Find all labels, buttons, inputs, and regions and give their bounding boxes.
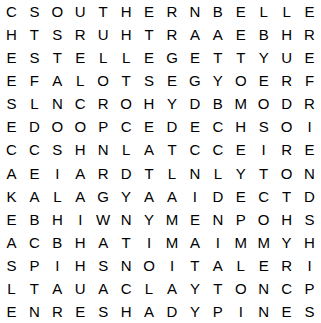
grid-cell[interactable]: M bbox=[161, 231, 184, 254]
grid-cell[interactable]: R bbox=[298, 23, 321, 46]
grid-cell[interactable]: I bbox=[183, 185, 206, 208]
grid-cell[interactable]: L bbox=[275, 0, 298, 23]
grid-cell[interactable]: O bbox=[275, 115, 298, 138]
grid-cell[interactable]: U bbox=[69, 0, 92, 23]
grid-cell[interactable]: L bbox=[92, 46, 115, 69]
grid-cell[interactable]: L bbox=[0, 277, 23, 300]
grid-cell[interactable]: A bbox=[206, 23, 229, 46]
grid-cell[interactable]: I bbox=[298, 115, 321, 138]
grid-cell[interactable]: R bbox=[298, 92, 321, 115]
grid-cell[interactable]: D bbox=[275, 92, 298, 115]
grid-cell[interactable]: T bbox=[115, 231, 138, 254]
grid-cell[interactable]: S bbox=[92, 254, 115, 277]
grid-cell[interactable]: I bbox=[46, 254, 69, 277]
grid-cell[interactable]: H bbox=[275, 23, 298, 46]
grid-cell[interactable]: B bbox=[206, 0, 229, 23]
grid-cell[interactable]: C bbox=[23, 138, 46, 161]
grid-cell[interactable]: S bbox=[138, 69, 161, 92]
grid-cell[interactable]: A bbox=[161, 277, 184, 300]
grid-cell[interactable]: E bbox=[229, 23, 252, 46]
grid-cell[interactable]: S bbox=[0, 92, 23, 115]
grid-cell[interactable]: N bbox=[298, 161, 321, 184]
grid-cell[interactable]: B bbox=[23, 208, 46, 231]
grid-cell[interactable]: S bbox=[0, 254, 23, 277]
grid-cell[interactable]: E bbox=[23, 161, 46, 184]
grid-cell[interactable]: C bbox=[206, 138, 229, 161]
grid-cell[interactable]: F bbox=[298, 69, 321, 92]
grid-cell[interactable]: A bbox=[46, 69, 69, 92]
grid-cell[interactable]: I bbox=[298, 254, 321, 277]
word-search-grid: CSOUTHERNBELLEHTSRUHTRAAEBHRESTELLEGETTY… bbox=[0, 0, 321, 323]
grid-cell[interactable]: E bbox=[298, 46, 321, 69]
grid-cell[interactable]: F bbox=[23, 69, 46, 92]
grid-cell[interactable]: D bbox=[206, 185, 229, 208]
grid-cell[interactable]: N bbox=[252, 277, 275, 300]
grid-cell[interactable]: A bbox=[92, 277, 115, 300]
grid-cell[interactable]: C bbox=[23, 231, 46, 254]
grid-cell[interactable]: Y bbox=[161, 92, 184, 115]
grid-cell[interactable]: C bbox=[0, 138, 23, 161]
grid-cell[interactable]: E bbox=[161, 69, 184, 92]
grid-cell[interactable]: C bbox=[115, 115, 138, 138]
grid-cell[interactable]: L bbox=[229, 254, 252, 277]
grid-cell[interactable]: E bbox=[229, 138, 252, 161]
grid-cell[interactable]: I bbox=[138, 231, 161, 254]
grid-cell[interactable]: Y bbox=[206, 69, 229, 92]
grid-cell[interactable]: O bbox=[275, 161, 298, 184]
grid-cell[interactable]: A bbox=[138, 300, 161, 323]
grid-cell[interactable]: E bbox=[138, 0, 161, 23]
grid-cell[interactable]: T bbox=[92, 0, 115, 23]
grid-cell[interactable]: Y bbox=[229, 161, 252, 184]
grid-cell[interactable]: P bbox=[298, 277, 321, 300]
grid-cell[interactable]: U bbox=[92, 23, 115, 46]
grid-cell[interactable]: A bbox=[0, 231, 23, 254]
grid-cell[interactable]: B bbox=[206, 92, 229, 115]
grid-cell[interactable]: C bbox=[252, 185, 275, 208]
grid-cell[interactable]: E bbox=[0, 300, 23, 323]
grid-cell[interactable]: A bbox=[92, 231, 115, 254]
grid-cell[interactable]: E bbox=[252, 69, 275, 92]
grid-cell[interactable]: P bbox=[92, 115, 115, 138]
grid-cell[interactable]: E bbox=[0, 208, 23, 231]
grid-cell[interactable]: N bbox=[23, 300, 46, 323]
grid-cell[interactable]: I bbox=[229, 300, 252, 323]
grid-cell[interactable]: L bbox=[46, 185, 69, 208]
grid-cell[interactable]: E bbox=[298, 0, 321, 23]
grid-cell[interactable]: I bbox=[206, 231, 229, 254]
grid-cell[interactable]: H bbox=[115, 0, 138, 23]
grid-cell[interactable]: N bbox=[206, 208, 229, 231]
grid-cell[interactable]: E bbox=[69, 46, 92, 69]
grid-cell[interactable]: R bbox=[275, 138, 298, 161]
grid-cell[interactable]: N bbox=[252, 300, 275, 323]
grid-cell[interactable]: Y bbox=[252, 46, 275, 69]
grid-cell[interactable]: A bbox=[0, 161, 23, 184]
grid-cell[interactable]: T bbox=[206, 277, 229, 300]
grid-cell[interactable]: H bbox=[46, 208, 69, 231]
grid-cell[interactable]: C bbox=[206, 115, 229, 138]
grid-cell[interactable]: E bbox=[138, 46, 161, 69]
grid-cell[interactable]: N bbox=[46, 92, 69, 115]
grid-cell[interactable]: H bbox=[115, 23, 138, 46]
grid-cell[interactable]: E bbox=[183, 46, 206, 69]
grid-cell[interactable]: L bbox=[115, 138, 138, 161]
grid-cell[interactable]: H bbox=[69, 231, 92, 254]
grid-cell[interactable]: N bbox=[115, 208, 138, 231]
grid-cell[interactable]: O bbox=[69, 115, 92, 138]
grid-cell[interactable]: H bbox=[275, 208, 298, 231]
grid-cell[interactable]: C bbox=[183, 138, 206, 161]
grid-cell[interactable]: L bbox=[161, 161, 184, 184]
grid-cell[interactable]: Y bbox=[183, 300, 206, 323]
grid-cell[interactable]: T bbox=[23, 277, 46, 300]
grid-cell[interactable]: D bbox=[161, 300, 184, 323]
grid-cell[interactable]: W bbox=[92, 208, 115, 231]
grid-cell[interactable]: S bbox=[298, 300, 321, 323]
grid-cell[interactable]: A bbox=[69, 161, 92, 184]
grid-cell[interactable]: D bbox=[23, 115, 46, 138]
grid-cell[interactable]: E bbox=[252, 254, 275, 277]
grid-cell[interactable]: T bbox=[206, 46, 229, 69]
grid-cell[interactable]: P bbox=[23, 254, 46, 277]
grid-cell[interactable]: C bbox=[275, 277, 298, 300]
grid-cell[interactable]: H bbox=[229, 115, 252, 138]
grid-cell[interactable]: R bbox=[92, 161, 115, 184]
grid-cell[interactable]: Y bbox=[183, 277, 206, 300]
grid-cell[interactable]: H bbox=[69, 254, 92, 277]
grid-cell[interactable]: A bbox=[46, 277, 69, 300]
grid-cell[interactable]: D bbox=[161, 115, 184, 138]
grid-cell[interactable]: C bbox=[115, 277, 138, 300]
grid-cell[interactable]: G bbox=[92, 185, 115, 208]
grid-cell[interactable]: H bbox=[0, 23, 23, 46]
grid-cell[interactable]: M bbox=[252, 231, 275, 254]
grid-cell[interactable]: K bbox=[0, 185, 23, 208]
grid-cell[interactable]: T bbox=[161, 138, 184, 161]
grid-cell[interactable]: P bbox=[229, 208, 252, 231]
grid-cell[interactable]: R bbox=[275, 254, 298, 277]
grid-cell[interactable]: N bbox=[92, 138, 115, 161]
grid-cell[interactable]: R bbox=[161, 23, 184, 46]
grid-cell[interactable]: L bbox=[69, 69, 92, 92]
grid-cell[interactable]: S bbox=[46, 138, 69, 161]
grid-cell[interactable]: O bbox=[138, 254, 161, 277]
grid-cell[interactable]: D bbox=[115, 161, 138, 184]
grid-cell[interactable]: I bbox=[69, 208, 92, 231]
grid-cell[interactable]: T bbox=[183, 254, 206, 277]
grid-cell[interactable]: E bbox=[229, 185, 252, 208]
grid-cell[interactable]: E bbox=[0, 46, 23, 69]
grid-cell[interactable]: N bbox=[183, 161, 206, 184]
grid-cell[interactable]: E bbox=[275, 300, 298, 323]
grid-cell[interactable]: R bbox=[161, 0, 184, 23]
grid-cell[interactable]: T bbox=[275, 185, 298, 208]
grid-cell[interactable]: A bbox=[138, 185, 161, 208]
grid-cell[interactable]: U bbox=[275, 46, 298, 69]
grid-cell[interactable]: M bbox=[161, 208, 184, 231]
grid-cell[interactable]: S bbox=[92, 300, 115, 323]
grid-cell[interactable]: E bbox=[0, 69, 23, 92]
grid-cell[interactable]: A bbox=[161, 185, 184, 208]
grid-cell[interactable]: C bbox=[69, 92, 92, 115]
grid-cell[interactable]: B bbox=[46, 231, 69, 254]
grid-cell[interactable]: I bbox=[46, 161, 69, 184]
grid-cell[interactable]: A bbox=[69, 185, 92, 208]
grid-cell[interactable]: T bbox=[229, 46, 252, 69]
grid-cell[interactable]: A bbox=[23, 185, 46, 208]
grid-cell[interactable]: I bbox=[252, 138, 275, 161]
grid-cell[interactable]: O bbox=[92, 69, 115, 92]
grid-cell[interactable]: A bbox=[183, 23, 206, 46]
grid-cell[interactable]: T bbox=[138, 161, 161, 184]
grid-cell[interactable]: T bbox=[115, 69, 138, 92]
grid-cell[interactable]: B bbox=[252, 23, 275, 46]
grid-cell[interactable]: D bbox=[298, 185, 321, 208]
grid-cell[interactable]: Y bbox=[115, 185, 138, 208]
grid-cell[interactable]: S bbox=[23, 0, 46, 23]
grid-cell[interactable]: R bbox=[275, 69, 298, 92]
grid-cell[interactable]: R bbox=[46, 300, 69, 323]
grid-cell[interactable]: E bbox=[183, 208, 206, 231]
grid-cell[interactable]: E bbox=[298, 138, 321, 161]
grid-cell[interactable]: I bbox=[161, 254, 184, 277]
grid-cell[interactable]: A bbox=[183, 231, 206, 254]
grid-cell[interactable]: S bbox=[298, 208, 321, 231]
grid-cell[interactable]: D bbox=[183, 92, 206, 115]
grid-cell[interactable]: R bbox=[69, 23, 92, 46]
grid-cell[interactable]: T bbox=[138, 23, 161, 46]
grid-cell[interactable]: C bbox=[0, 0, 23, 23]
grid-cell[interactable]: O bbox=[46, 0, 69, 23]
grid-cell[interactable]: P bbox=[206, 300, 229, 323]
grid-cell[interactable]: M bbox=[229, 92, 252, 115]
grid-cell[interactable]: L bbox=[252, 0, 275, 23]
grid-cell[interactable]: E bbox=[138, 115, 161, 138]
grid-cell[interactable]: Y bbox=[275, 231, 298, 254]
grid-cell[interactable]: N bbox=[115, 254, 138, 277]
grid-cell[interactable]: Y bbox=[138, 208, 161, 231]
grid-cell[interactable]: S bbox=[46, 23, 69, 46]
grid-cell[interactable]: O bbox=[252, 208, 275, 231]
grid-cell[interactable]: N bbox=[183, 0, 206, 23]
grid-cell[interactable]: O bbox=[115, 92, 138, 115]
grid-cell[interactable]: O bbox=[229, 277, 252, 300]
grid-cell[interactable]: T bbox=[23, 23, 46, 46]
grid-cell[interactable]: O bbox=[229, 69, 252, 92]
grid-cell[interactable]: A bbox=[206, 254, 229, 277]
grid-cell[interactable]: G bbox=[183, 69, 206, 92]
grid-cell[interactable]: E bbox=[229, 0, 252, 23]
grid-cell[interactable]: L bbox=[115, 46, 138, 69]
grid-cell[interactable]: L bbox=[206, 161, 229, 184]
grid-cell[interactable]: S bbox=[23, 46, 46, 69]
grid-cell[interactable]: G bbox=[161, 46, 184, 69]
grid-cell[interactable]: R bbox=[92, 92, 115, 115]
grid-cell[interactable]: H bbox=[115, 300, 138, 323]
grid-cell[interactable]: L bbox=[23, 92, 46, 115]
grid-cell[interactable]: E bbox=[183, 115, 206, 138]
grid-cell[interactable]: E bbox=[0, 115, 23, 138]
grid-cell[interactable]: O bbox=[46, 115, 69, 138]
grid-cell[interactable]: T bbox=[252, 161, 275, 184]
grid-cell[interactable]: H bbox=[138, 92, 161, 115]
grid-cell[interactable]: E bbox=[69, 300, 92, 323]
grid-cell[interactable]: O bbox=[252, 92, 275, 115]
grid-cell[interactable]: H bbox=[298, 231, 321, 254]
grid-cell[interactable]: L bbox=[138, 277, 161, 300]
grid-cell[interactable]: M bbox=[229, 231, 252, 254]
grid-cell[interactable]: A bbox=[138, 138, 161, 161]
grid-cell[interactable]: H bbox=[69, 138, 92, 161]
grid-cell[interactable]: S bbox=[252, 115, 275, 138]
grid-cell[interactable]: T bbox=[46, 46, 69, 69]
grid-cell[interactable]: U bbox=[69, 277, 92, 300]
